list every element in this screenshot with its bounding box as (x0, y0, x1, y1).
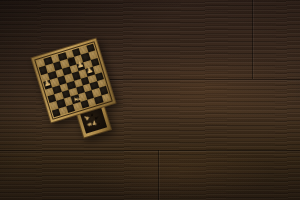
plank-seam (0, 150, 300, 151)
drawer-piece-dark-bishop[interactable]: ♝ (96, 119, 104, 127)
photo-scene: ♟♜♟♞♟♝ ♟♞♟♟♝ (0, 0, 300, 200)
plank-seam (110, 79, 300, 80)
plank-seam (252, 0, 253, 79)
plank-seam (158, 150, 159, 200)
chess-piece-light-bishop[interactable]: ♝ (72, 95, 80, 103)
